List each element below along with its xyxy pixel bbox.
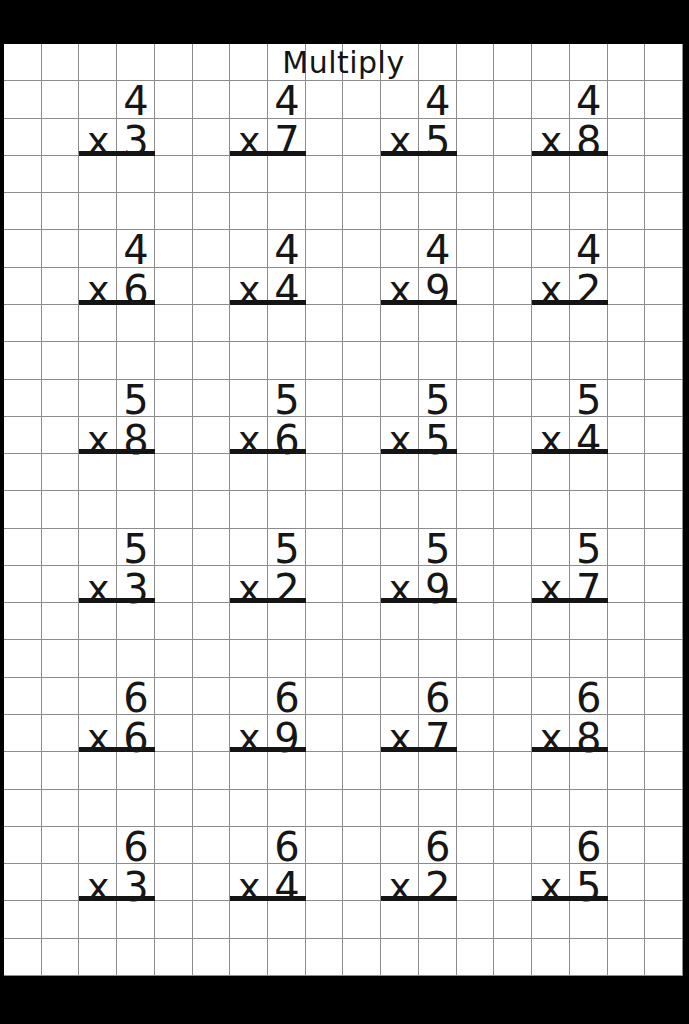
- grid-cell: [343, 193, 381, 230]
- spacer: [230, 827, 268, 867]
- grid-cell: [645, 342, 683, 379]
- grid-cell: [306, 491, 344, 528]
- multiplicand: 4: [268, 81, 306, 121]
- grid-cell: [42, 156, 80, 193]
- spacer: [532, 678, 570, 718]
- grid-cell: [608, 119, 646, 156]
- multiplicand: 5: [570, 529, 608, 569]
- grid-cell: [4, 640, 42, 677]
- grid-cell: [42, 491, 80, 528]
- grid-cell: [343, 566, 381, 603]
- multiplicand: 5: [268, 380, 306, 420]
- grid-cell: [645, 566, 683, 603]
- grid-cell: [343, 864, 381, 901]
- spacer: [532, 827, 570, 867]
- multiplier: 9: [268, 718, 306, 758]
- spacer: [230, 529, 268, 569]
- multiplicand: 4: [117, 81, 155, 121]
- multiplier: 8: [570, 121, 608, 161]
- grid-cell: [306, 864, 344, 901]
- problem-4x9: 4x9: [381, 230, 456, 305]
- grid-cell: [306, 640, 344, 677]
- grid-cell: [570, 790, 608, 827]
- grid-cell: [343, 790, 381, 827]
- multiplier: 8: [117, 420, 155, 460]
- grid-cell: [42, 193, 80, 230]
- grid-cell: [343, 529, 381, 566]
- problem-5x3: 5x3: [79, 529, 154, 604]
- grid-cell: [381, 193, 419, 230]
- grid-cell: [268, 193, 306, 230]
- grid-cell: [193, 864, 231, 901]
- spacer: [230, 678, 268, 718]
- grid-cell: [645, 305, 683, 342]
- multiply-sign: x: [381, 121, 419, 161]
- grid-cell: [4, 752, 42, 789]
- grid-cell: [570, 342, 608, 379]
- grid-cell: [193, 752, 231, 789]
- grid-cell: [457, 119, 495, 156]
- grid-cell: [230, 790, 268, 827]
- grid-cell: [532, 640, 570, 677]
- grid-cell: [42, 119, 80, 156]
- grid-cell: [306, 193, 344, 230]
- multiplicand: 4: [419, 81, 457, 121]
- multiplier: 7: [419, 718, 457, 758]
- grid-cell: [457, 678, 495, 715]
- grid-cell: [457, 790, 495, 827]
- grid-cell: [608, 230, 646, 267]
- page-title: Multiply: [4, 44, 683, 81]
- grid-cell: [457, 566, 495, 603]
- multiplicand: 5: [570, 380, 608, 420]
- multiplier: 5: [419, 420, 457, 460]
- grid-cell: [193, 230, 231, 267]
- grid-cell: [193, 603, 231, 640]
- grid-cell: [494, 640, 532, 677]
- grid-cell: [608, 156, 646, 193]
- multiply-sign: x: [79, 270, 117, 310]
- grid-cell: [608, 268, 646, 305]
- grid-cell: [42, 790, 80, 827]
- grid-cell: [4, 193, 42, 230]
- multiply-sign: x: [230, 420, 268, 460]
- grid-cell: [343, 417, 381, 454]
- grid-cell: [608, 529, 646, 566]
- grid-cell: [193, 81, 231, 118]
- multiply-sign: x: [79, 121, 117, 161]
- problem-4x8: 4x8: [532, 81, 607, 156]
- grid-cell: [645, 81, 683, 118]
- grid-cell: [42, 566, 80, 603]
- grid-cell: [457, 380, 495, 417]
- grid-cell: [608, 81, 646, 118]
- grid-cell: [494, 454, 532, 491]
- grid-cell: [155, 678, 193, 715]
- grid-cell: [155, 529, 193, 566]
- grid-cell: [117, 939, 155, 976]
- grid-cell: [42, 81, 80, 118]
- grid-cell: [4, 268, 42, 305]
- grid-cell: [42, 678, 80, 715]
- spacer: [79, 678, 117, 718]
- grid-cell: [494, 342, 532, 379]
- grid-cell: [457, 491, 495, 528]
- grid-cell: [608, 305, 646, 342]
- grid-cell: [457, 640, 495, 677]
- grid-cell: [306, 939, 344, 976]
- grid-cell: [608, 752, 646, 789]
- grid-cell: [306, 342, 344, 379]
- grid-cell: [645, 491, 683, 528]
- grid-cell: [645, 752, 683, 789]
- spacer: [381, 81, 419, 121]
- multiplicand: 6: [570, 678, 608, 718]
- spacer: [230, 230, 268, 270]
- grid-cell: [306, 380, 344, 417]
- grid-cell: [306, 901, 344, 938]
- grid-cell: [645, 790, 683, 827]
- multiplicand: 6: [117, 678, 155, 718]
- grid-cell: [570, 491, 608, 528]
- spacer: [230, 81, 268, 121]
- multiply-sign: x: [532, 718, 570, 758]
- grid-cell: [193, 454, 231, 491]
- grid-cell: [608, 342, 646, 379]
- grid-cell: [343, 380, 381, 417]
- grid-cell: [343, 678, 381, 715]
- grid-cell: [457, 417, 495, 454]
- grid-cell: [42, 752, 80, 789]
- grid-cell: [381, 939, 419, 976]
- multiply-sign: x: [79, 867, 117, 907]
- grid-cell: [419, 640, 457, 677]
- grid-cell: [306, 454, 344, 491]
- grid-cell: [306, 603, 344, 640]
- grid-cell: [306, 715, 344, 752]
- grid-cell: [494, 230, 532, 267]
- grid-cell: [42, 864, 80, 901]
- grid-cell: [645, 230, 683, 267]
- grid-cell: [343, 454, 381, 491]
- grid-cell: [42, 230, 80, 267]
- multiplier: 6: [268, 420, 306, 460]
- grid-cell: [532, 790, 570, 827]
- problem-6x2: 6x2: [381, 827, 456, 902]
- grid-cell: [4, 566, 42, 603]
- problem-6x5: 6x5: [532, 827, 607, 902]
- grid-cell: [645, 603, 683, 640]
- grid-cell: [457, 305, 495, 342]
- grid-cell: [117, 491, 155, 528]
- grid-cell: [193, 939, 231, 976]
- grid-cell: [117, 193, 155, 230]
- problem-5x9: 5x9: [381, 529, 456, 604]
- grid-cell: [645, 454, 683, 491]
- grid-cell: [155, 454, 193, 491]
- grid-cell: [306, 119, 344, 156]
- spacer: [79, 827, 117, 867]
- grid-cell: [117, 640, 155, 677]
- multiplicand: 5: [117, 380, 155, 420]
- grid-cell: [230, 193, 268, 230]
- grid-cell: [42, 305, 80, 342]
- spacer: [79, 81, 117, 121]
- grid-cell: [155, 901, 193, 938]
- grid-cell: [608, 864, 646, 901]
- multiply-sign: x: [230, 867, 268, 907]
- grid-cell: [608, 491, 646, 528]
- grid-cell: [645, 827, 683, 864]
- grid-cell: [645, 156, 683, 193]
- grid-cell: [343, 305, 381, 342]
- grid-cell: [343, 827, 381, 864]
- grid-cell: [42, 342, 80, 379]
- grid-cell: [645, 268, 683, 305]
- grid-cell: [42, 417, 80, 454]
- grid-cell: [494, 268, 532, 305]
- grid-cell: [4, 827, 42, 864]
- multiplier: 5: [419, 121, 457, 161]
- grid-cell: [343, 901, 381, 938]
- grid-cell: [645, 678, 683, 715]
- grid-cell: [457, 342, 495, 379]
- spacer: [381, 380, 419, 420]
- grid-cell: [381, 790, 419, 827]
- grid-cell: [457, 939, 495, 976]
- multiplier: 4: [268, 270, 306, 310]
- grid-cell: [42, 268, 80, 305]
- problem-4x5: 4x5: [381, 81, 456, 156]
- grid-cell: [230, 640, 268, 677]
- grid-cell: [457, 864, 495, 901]
- grid-cell: [381, 640, 419, 677]
- grid-cell: [193, 491, 231, 528]
- problem-5x7: 5x7: [532, 529, 607, 604]
- grid-cell: [4, 901, 42, 938]
- grid-cell: [42, 454, 80, 491]
- multiply-sign: x: [532, 270, 570, 310]
- problem-5x2: 5x2: [230, 529, 305, 604]
- spacer: [79, 529, 117, 569]
- problem-6x8: 6x8: [532, 678, 607, 753]
- multiplicand: 5: [268, 529, 306, 569]
- grid-cell: [343, 268, 381, 305]
- grid-cell: [4, 417, 42, 454]
- grid-cell: [79, 640, 117, 677]
- grid-cell: [494, 603, 532, 640]
- spacer: [532, 230, 570, 270]
- multiply-sign: x: [532, 121, 570, 161]
- grid-cell: [343, 342, 381, 379]
- grid-cell: [608, 678, 646, 715]
- grid-cell: [155, 752, 193, 789]
- grid-cell: [457, 901, 495, 938]
- grid-cell: [457, 230, 495, 267]
- grid-cell: [193, 156, 231, 193]
- problem-4x6: 4x6: [79, 230, 154, 305]
- grid-cell: [494, 417, 532, 454]
- grid-cell: [645, 901, 683, 938]
- grid-cell: [42, 827, 80, 864]
- grid-cell: [4, 529, 42, 566]
- grid-cell: [155, 715, 193, 752]
- grid-cell: [155, 380, 193, 417]
- grid-cell: [117, 342, 155, 379]
- grid-cell: [419, 342, 457, 379]
- multiplier: 4: [268, 867, 306, 907]
- grid-cell: [42, 715, 80, 752]
- multiplicand: 5: [419, 380, 457, 420]
- grid-cell: [494, 939, 532, 976]
- grid-cell: [343, 230, 381, 267]
- grid-cell: [494, 305, 532, 342]
- grid-cell: [608, 193, 646, 230]
- grid-cell: [608, 901, 646, 938]
- multiplier: 6: [117, 270, 155, 310]
- grid-cell: [457, 529, 495, 566]
- grid-cell: [306, 752, 344, 789]
- grid-cell: [343, 640, 381, 677]
- grid-cell: [419, 193, 457, 230]
- grid-cell: [343, 119, 381, 156]
- grid-cell: [608, 715, 646, 752]
- graph-paper-grid: Multiply 4x34x74x54x84x64x44x94x25x85x65…: [4, 44, 683, 976]
- spacer: [381, 529, 419, 569]
- multiplier: 7: [570, 569, 608, 609]
- multiplier: 9: [419, 270, 457, 310]
- grid-cell: [155, 417, 193, 454]
- grid-cell: [494, 678, 532, 715]
- multiply-sign: x: [79, 718, 117, 758]
- grid-cell: [457, 193, 495, 230]
- problem-6x7: 6x7: [381, 678, 456, 753]
- problem-4x7: 4x7: [230, 81, 305, 156]
- grid-cell: [457, 827, 495, 864]
- grid-cell: [608, 566, 646, 603]
- grid-cell: [608, 640, 646, 677]
- grid-cell: [155, 342, 193, 379]
- grid-cell: [155, 230, 193, 267]
- problem-5x5: 5x5: [381, 380, 456, 455]
- grid-cell: [193, 268, 231, 305]
- grid-cell: [645, 939, 683, 976]
- multiplier: 9: [419, 569, 457, 609]
- worksheet-page: Multiply 4x34x74x54x84x64x44x94x25x85x65…: [0, 0, 689, 1024]
- grid-cell: [494, 901, 532, 938]
- grid-cell: [42, 380, 80, 417]
- grid-cell: [457, 81, 495, 118]
- multiplicand: 6: [268, 827, 306, 867]
- grid-cell: [608, 454, 646, 491]
- grid-cell: [343, 156, 381, 193]
- spacer: [532, 81, 570, 121]
- grid-cell: [42, 640, 80, 677]
- multiplicand: 6: [268, 678, 306, 718]
- grid-cell: [42, 603, 80, 640]
- grid-cell: [306, 529, 344, 566]
- spacer: [532, 529, 570, 569]
- grid-cell: [193, 342, 231, 379]
- grid-cell: [645, 417, 683, 454]
- grid-cell: [532, 342, 570, 379]
- grid-cell: [645, 715, 683, 752]
- multiplier: 2: [570, 270, 608, 310]
- grid-cell: [343, 81, 381, 118]
- grid-cell: [306, 305, 344, 342]
- problem-4x2: 4x2: [532, 230, 607, 305]
- multiplicand: 5: [419, 529, 457, 569]
- grid-cell: [306, 268, 344, 305]
- grid-cell: [494, 864, 532, 901]
- grid-cell: [608, 827, 646, 864]
- multiply-sign: x: [230, 569, 268, 609]
- grid-cell: [608, 380, 646, 417]
- grid-cell: [457, 603, 495, 640]
- multiply-sign: x: [381, 420, 419, 460]
- grid-cell: [4, 81, 42, 118]
- grid-cell: [193, 640, 231, 677]
- grid-cell: [457, 454, 495, 491]
- multiplicand: 5: [117, 529, 155, 569]
- multiplier: 8: [570, 718, 608, 758]
- grid-cell: [79, 939, 117, 976]
- grid-cell: [155, 864, 193, 901]
- grid-cell: [193, 678, 231, 715]
- grid-cell: [193, 193, 231, 230]
- problem-6x6: 6x6: [79, 678, 154, 753]
- grid-cell: [532, 193, 570, 230]
- grid-cell: [42, 939, 80, 976]
- problem-5x4: 5x4: [532, 380, 607, 455]
- grid-cell: [79, 790, 117, 827]
- grid-cell: [381, 342, 419, 379]
- grid-cell: [343, 752, 381, 789]
- grid-cell: [155, 827, 193, 864]
- multiplicand: 6: [117, 827, 155, 867]
- spacer: [230, 380, 268, 420]
- multiplier: 3: [117, 867, 155, 907]
- grid-cell: [532, 939, 570, 976]
- grid-cell: [494, 81, 532, 118]
- multiply-sign: x: [230, 270, 268, 310]
- multiplicand: 6: [570, 827, 608, 867]
- grid-cell: [494, 193, 532, 230]
- grid-cell: [494, 566, 532, 603]
- grid-cell: [4, 603, 42, 640]
- grid-cell: [79, 342, 117, 379]
- grid-cell: [306, 678, 344, 715]
- grid-cell: [419, 491, 457, 528]
- grid-cell: [155, 603, 193, 640]
- grid-cell: [457, 268, 495, 305]
- grid-cell: [645, 193, 683, 230]
- grid-cell: [457, 752, 495, 789]
- grid-cell: [268, 342, 306, 379]
- grid-cell: [79, 491, 117, 528]
- multiply-sign: x: [79, 569, 117, 609]
- spacer: [381, 827, 419, 867]
- problem-5x6: 5x6: [230, 380, 305, 455]
- grid-cell: [343, 715, 381, 752]
- grid-cell: [645, 529, 683, 566]
- multiplier: 2: [268, 569, 306, 609]
- grid-cell: [155, 81, 193, 118]
- multiply-sign: x: [230, 121, 268, 161]
- grid-cell: [155, 790, 193, 827]
- grid-cell: [494, 715, 532, 752]
- multiply-sign: x: [381, 569, 419, 609]
